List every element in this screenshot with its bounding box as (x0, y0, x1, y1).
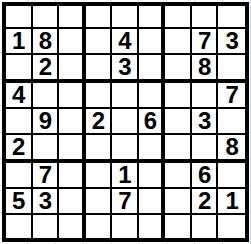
cell-r7c7[interactable] (165, 163, 192, 189)
cell-r6c5[interactable] (112, 135, 139, 163)
cell-r3c7[interactable] (165, 55, 192, 83)
cell-r5c3[interactable] (59, 109, 86, 135)
cell-r4c8[interactable] (192, 83, 219, 109)
cell-r2c4[interactable] (86, 29, 113, 55)
cell-r7c5[interactable]: 1 (112, 163, 139, 189)
cell-r5c1[interactable] (6, 109, 33, 135)
cell-r4c2[interactable] (33, 83, 60, 109)
cell-r6c9[interactable]: 8 (218, 135, 245, 163)
cell-r5c4[interactable]: 2 (86, 109, 113, 135)
cell-r3c4[interactable] (86, 55, 113, 83)
cell-r8c8[interactable]: 2 (192, 189, 219, 215)
cell-r6c3[interactable] (59, 135, 86, 163)
cell-r4c5[interactable] (112, 83, 139, 109)
cell-r8c7[interactable] (165, 189, 192, 215)
cell-r4c7[interactable] (165, 83, 192, 109)
cell-r5c8[interactable]: 3 (192, 109, 219, 135)
cell-r8c4[interactable] (86, 189, 113, 215)
cell-r2c1[interactable]: 1 (6, 29, 33, 55)
cell-r1c7[interactable] (165, 6, 192, 29)
cell-r1c9[interactable] (218, 6, 245, 29)
cell-r2c6[interactable] (139, 29, 166, 55)
cell-r7c4[interactable] (86, 163, 113, 189)
cell-r7c2[interactable]: 7 (33, 163, 60, 189)
cell-r1c6[interactable] (139, 6, 166, 29)
cell-r3c1[interactable] (6, 55, 33, 83)
cell-r3c8[interactable]: 8 (192, 55, 219, 83)
cell-r8c2[interactable]: 3 (33, 189, 60, 215)
cell-r6c6[interactable] (139, 135, 166, 163)
cell-r9c5[interactable] (112, 215, 139, 238)
cell-r5c7[interactable] (165, 109, 192, 135)
cell-r3c2[interactable]: 2 (33, 55, 60, 83)
cell-r6c7[interactable] (165, 135, 192, 163)
cell-r1c5[interactable] (112, 6, 139, 29)
cell-r6c1[interactable]: 2 (6, 135, 33, 163)
cell-r4c3[interactable] (59, 83, 86, 109)
cell-r7c3[interactable] (59, 163, 86, 189)
cell-r5c2[interactable]: 9 (33, 109, 60, 135)
cell-r9c6[interactable] (139, 215, 166, 238)
cell-r8c3[interactable] (59, 189, 86, 215)
cell-r1c3[interactable] (59, 6, 86, 29)
cell-r3c9[interactable] (218, 55, 245, 83)
cell-r8c1[interactable]: 5 (6, 189, 33, 215)
cell-r7c9[interactable] (218, 163, 245, 189)
cell-r2c9[interactable]: 3 (218, 29, 245, 55)
cell-r5c5[interactable] (112, 109, 139, 135)
cell-r6c8[interactable] (192, 135, 219, 163)
cell-r3c6[interactable] (139, 55, 166, 83)
cell-r6c4[interactable] (86, 135, 113, 163)
cell-r8c6[interactable] (139, 189, 166, 215)
cell-r1c2[interactable] (33, 6, 60, 29)
cell-r1c4[interactable] (86, 6, 113, 29)
cell-r2c7[interactable] (165, 29, 192, 55)
cell-r9c7[interactable] (165, 215, 192, 238)
cell-r8c9[interactable]: 1 (218, 189, 245, 215)
cell-r4c6[interactable] (139, 83, 166, 109)
cell-r2c2[interactable]: 8 (33, 29, 60, 55)
cell-r9c2[interactable] (33, 215, 60, 238)
cell-r1c1[interactable] (6, 6, 33, 29)
cell-r2c8[interactable]: 7 (192, 29, 219, 55)
cell-r7c1[interactable] (6, 163, 33, 189)
cell-r2c3[interactable] (59, 29, 86, 55)
sudoku-board: 184732384792632871653721 (2, 2, 249, 242)
cell-r5c6[interactable]: 6 (139, 109, 166, 135)
cell-r4c1[interactable]: 4 (6, 83, 33, 109)
cell-r8c5[interactable]: 7 (112, 189, 139, 215)
cell-r9c4[interactable] (86, 215, 113, 238)
cell-r4c4[interactable] (86, 83, 113, 109)
cell-r3c5[interactable]: 3 (112, 55, 139, 83)
cell-r5c9[interactable] (218, 109, 245, 135)
cell-r2c5[interactable]: 4 (112, 29, 139, 55)
cell-r7c8[interactable]: 6 (192, 163, 219, 189)
cell-r1c8[interactable] (192, 6, 219, 29)
cell-r9c3[interactable] (59, 215, 86, 238)
cell-r7c6[interactable] (139, 163, 166, 189)
cell-r6c2[interactable] (33, 135, 60, 163)
cell-r9c8[interactable] (192, 215, 219, 238)
cell-r4c9[interactable]: 7 (218, 83, 245, 109)
cell-r9c9[interactable] (218, 215, 245, 238)
cell-r9c1[interactable] (6, 215, 33, 238)
cell-r3c3[interactable] (59, 55, 86, 83)
